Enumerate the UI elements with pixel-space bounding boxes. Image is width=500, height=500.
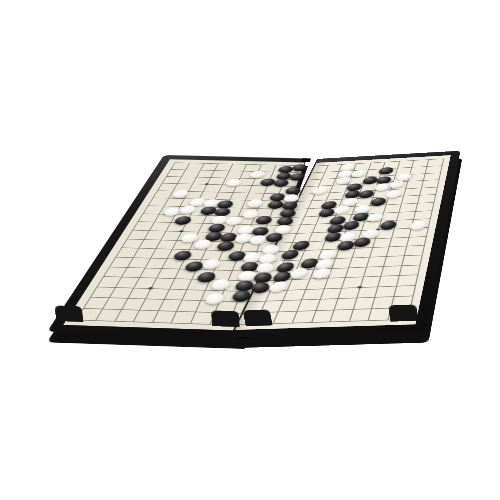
grid-line xyxy=(171,164,247,322)
board-foot xyxy=(54,305,83,322)
grid-line xyxy=(233,296,412,308)
grid-line xyxy=(76,163,175,320)
star-point xyxy=(357,286,362,289)
star-point xyxy=(391,181,395,183)
grid-line xyxy=(175,163,306,170)
star-point xyxy=(148,287,154,290)
grid-line xyxy=(148,205,306,213)
board-foot xyxy=(211,310,240,327)
grid-line xyxy=(143,213,306,221)
grid-line xyxy=(349,161,400,321)
grid-line xyxy=(388,159,430,319)
go-board xyxy=(47,155,452,345)
board-foot xyxy=(243,309,273,326)
photo-scene xyxy=(0,0,500,500)
grid-line xyxy=(233,275,417,288)
board-foot xyxy=(388,304,419,321)
grid-line xyxy=(133,164,219,322)
star-point xyxy=(179,230,184,232)
star-point xyxy=(375,228,380,230)
product-photo-go-set[interactable] xyxy=(0,0,500,500)
grid-line xyxy=(407,159,444,319)
grid-line xyxy=(152,164,233,322)
grid-line xyxy=(95,163,190,320)
star-point xyxy=(205,183,210,185)
grid-line xyxy=(233,285,415,297)
grid-line xyxy=(311,163,371,322)
grid-line xyxy=(330,162,386,321)
